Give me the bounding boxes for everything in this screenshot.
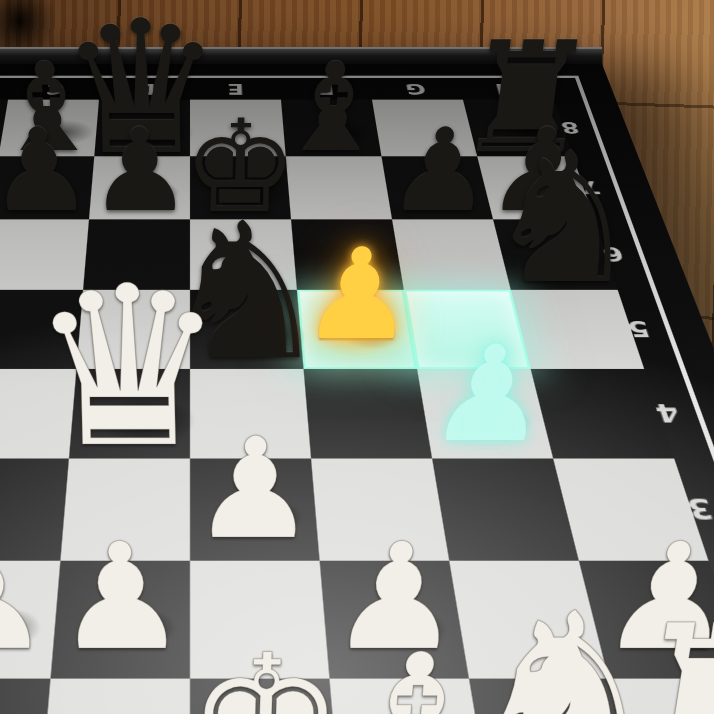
pieces-layer: ♝♛♝♜♟♟♚♟♟♞♞♟♛♟♟♟♟♟♟♚♝♞♜ [0, 0, 714, 714]
ghost-white-pawn-g4[interactable]: ♟ [353, 328, 628, 460]
game-scene: ABCDEFGH12345678 ♝♛♝♜♟♟♚♟♟♞♞♟♛♟♟♟♟♟♟♚♝♞♜ [0, 0, 714, 714]
